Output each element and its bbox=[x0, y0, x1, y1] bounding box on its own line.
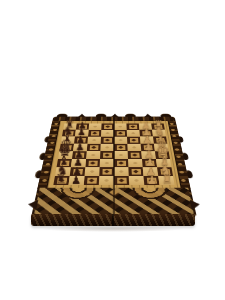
square[interactable] bbox=[128, 167, 143, 176]
box-front-seam-gap bbox=[112, 214, 114, 226]
black-pawn[interactable]: ♟ bbox=[71, 174, 81, 185]
carved-finial bbox=[111, 114, 120, 118]
corner-wing-left bbox=[27, 200, 39, 211]
square[interactable]: ♟ bbox=[69, 176, 85, 185]
square[interactable] bbox=[114, 167, 129, 176]
box-front-face bbox=[31, 214, 195, 226]
square[interactable] bbox=[114, 176, 129, 185]
square-inlay-rosette bbox=[104, 125, 112, 129]
square-inlay-rosette bbox=[130, 153, 139, 158]
carved-finial bbox=[125, 114, 136, 118]
square[interactable]: ♜ bbox=[158, 176, 174, 185]
carved-finial bbox=[77, 114, 86, 118]
ground-shadow bbox=[40, 226, 186, 232]
white-rook[interactable]: ♜ bbox=[162, 173, 173, 185]
square-inlay-rosette bbox=[116, 145, 125, 150]
corner-wing-right bbox=[190, 200, 202, 211]
square[interactable] bbox=[127, 144, 141, 151]
black-rook[interactable]: ♜ bbox=[56, 173, 67, 185]
square-inlay-rosette bbox=[103, 138, 112, 143]
square-inlay-rosette bbox=[88, 160, 97, 165]
square[interactable] bbox=[99, 167, 114, 176]
square[interactable] bbox=[114, 130, 127, 137]
square[interactable] bbox=[101, 137, 114, 144]
square[interactable] bbox=[84, 176, 100, 185]
square-inlay-rosette bbox=[90, 131, 99, 135]
square-inlay-rosette bbox=[89, 145, 98, 150]
square[interactable] bbox=[128, 151, 142, 159]
square[interactable] bbox=[84, 167, 99, 176]
square[interactable] bbox=[114, 144, 128, 151]
square-inlay-rosette bbox=[117, 178, 127, 184]
square[interactable] bbox=[100, 144, 114, 151]
carved-finial bbox=[96, 114, 107, 118]
square[interactable] bbox=[114, 151, 128, 159]
square[interactable] bbox=[100, 151, 114, 159]
square[interactable] bbox=[86, 151, 100, 159]
square[interactable] bbox=[127, 130, 140, 137]
square[interactable] bbox=[127, 137, 141, 144]
square-inlay-rosette bbox=[131, 169, 141, 175]
board-3d-plane: ♜♟♟♜♞♟♟♞♝♟♟♝♛♟♟♛♚♟♟♚♝♟♟♝♞♟♟♞♜♟♟♜ bbox=[31, 117, 197, 217]
square-inlay-rosette bbox=[129, 125, 137, 129]
carved-finial bbox=[57, 114, 68, 118]
square-inlay-rosette bbox=[117, 160, 126, 165]
square[interactable] bbox=[101, 130, 114, 137]
white-pawn[interactable]: ♟ bbox=[147, 174, 157, 185]
square[interactable] bbox=[87, 137, 101, 144]
square[interactable] bbox=[85, 159, 100, 167]
square-inlay-rosette bbox=[87, 178, 97, 184]
square[interactable] bbox=[114, 137, 127, 144]
square-inlay-rosette bbox=[129, 138, 138, 143]
square[interactable] bbox=[128, 159, 143, 167]
square[interactable] bbox=[114, 159, 128, 167]
square[interactable] bbox=[87, 144, 101, 151]
square[interactable] bbox=[100, 159, 114, 167]
photo-canvas: ♜♟♟♜♞♟♟♞♝♟♟♝♛♟♟♛♚♟♟♚♝♟♟♝♞♟♟♞♜♟♟♜ bbox=[0, 0, 225, 300]
carved-finial bbox=[143, 114, 152, 118]
square[interactable]: ♜ bbox=[53, 176, 69, 185]
square[interactable] bbox=[99, 176, 114, 185]
carved-finial bbox=[160, 114, 171, 118]
square[interactable] bbox=[129, 176, 145, 185]
square-inlay-rosette bbox=[103, 153, 112, 158]
square-inlay-rosette bbox=[116, 131, 124, 135]
square[interactable]: ♟ bbox=[144, 176, 160, 185]
square-inlay-rosette bbox=[102, 169, 111, 175]
square[interactable] bbox=[88, 130, 101, 137]
